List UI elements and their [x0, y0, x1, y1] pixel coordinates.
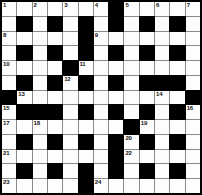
grid-cell-r11c12[interactable] — [186, 164, 200, 178]
grid-cell-r11c10[interactable] — [155, 164, 169, 178]
grid-cell-r12c10[interactable] — [155, 179, 169, 193]
grid-cell-r4c0[interactable]: 10 — [2, 61, 16, 75]
grid-cell-r8c9[interactable]: 19 — [140, 120, 154, 134]
grid-cell-r4c10[interactable] — [155, 61, 169, 75]
grid-cell-r1c2[interactable] — [33, 17, 47, 31]
blocked-cell-r3c1 — [17, 46, 31, 60]
crossword-board: 123456789101112131415161718192021222324 — [0, 0, 202, 195]
clue-number-15: 15 — [3, 105, 9, 112]
blocked-cell-r11c5 — [79, 164, 93, 178]
grid-cell-r2c11[interactable] — [170, 32, 184, 46]
grid-cell-r8c11[interactable] — [170, 120, 184, 134]
blocked-cell-r7c1 — [17, 105, 31, 119]
grid-cell-r0c10[interactable]: 6 — [155, 2, 169, 16]
grid-cell-r2c10[interactable] — [155, 32, 169, 46]
blocked-cell-r3c9 — [140, 46, 154, 60]
grid-cell-r4c1[interactable] — [17, 61, 31, 75]
grid-cell-r0c0[interactable]: 1 — [2, 2, 16, 16]
blocked-cell-r5c7 — [109, 76, 123, 90]
blocked-cell-r9c1 — [17, 135, 31, 149]
grid-cell-r6c2[interactable] — [33, 91, 47, 105]
grid-cell-r10c1[interactable] — [17, 150, 31, 164]
grid-cell-r6c3[interactable] — [48, 91, 62, 105]
blocked-cell-r2c5 — [79, 32, 93, 46]
grid-cell-r2c0[interactable]: 8 — [2, 32, 16, 46]
clue-number-9: 9 — [95, 32, 98, 39]
clue-number-2: 2 — [34, 2, 37, 9]
grid-cell-r8c7[interactable] — [109, 120, 123, 134]
grid-cell-r12c8[interactable] — [124, 179, 138, 193]
grid-cell-r0c12[interactable]: 7 — [186, 2, 200, 16]
grid-cell-r5c12[interactable] — [186, 76, 200, 90]
blocked-cell-r3c5 — [79, 46, 93, 60]
grid-cell-r3c0[interactable] — [2, 46, 16, 60]
grid-cell-r5c2[interactable] — [33, 76, 47, 90]
clue-number-12: 12 — [64, 76, 70, 83]
clue-number-24: 24 — [95, 179, 101, 186]
grid-cell-r12c7[interactable] — [109, 179, 123, 193]
clue-number-11: 11 — [80, 61, 86, 68]
clue-number-23: 23 — [3, 179, 9, 186]
grid-cell-r3c2[interactable] — [33, 46, 47, 60]
blocked-cell-r11c3 — [48, 164, 62, 178]
grid-cell-r0c11[interactable] — [170, 2, 184, 16]
blocked-cell-r3c3 — [48, 46, 62, 60]
clue-number-17: 17 — [3, 120, 9, 127]
grid-cell-r5c6[interactable] — [94, 76, 108, 90]
grid-cell-r10c0[interactable]: 21 — [2, 150, 16, 164]
grid-cell-r8c6[interactable] — [94, 120, 108, 134]
grid-cell-r12c9[interactable] — [140, 179, 154, 193]
grid-cell-r1c4[interactable] — [63, 17, 77, 31]
blocked-cell-r1c11 — [170, 17, 184, 31]
grid-cell-r8c0[interactable]: 17 — [2, 120, 16, 134]
blocked-cell-r3c7 — [109, 46, 123, 60]
grid-cell-r12c0[interactable]: 23 — [2, 179, 16, 193]
blocked-cell-r7c7 — [109, 105, 123, 119]
blocked-cell-r1c9 — [140, 17, 154, 31]
grid-cell-r7c12[interactable]: 16 — [186, 105, 200, 119]
grid-cell-r0c6[interactable]: 4 — [94, 2, 108, 16]
grid-cell-r3c6[interactable] — [94, 46, 108, 60]
grid-cell-r4c5[interactable]: 11 — [79, 61, 93, 75]
grid-cell-r5c8[interactable] — [124, 76, 138, 90]
grid-cell-r12c2[interactable] — [33, 179, 47, 193]
grid-cell-r9c6[interactable] — [94, 135, 108, 149]
grid-cell-r12c4[interactable] — [63, 179, 77, 193]
grid-cell-r9c8[interactable]: 20 — [124, 135, 138, 149]
blocked-cell-r9c9 — [140, 135, 154, 149]
grid-cell-r7c6[interactable] — [94, 105, 108, 119]
clue-number-16: 16 — [187, 105, 193, 112]
clue-number-13: 13 — [18, 91, 24, 98]
clue-number-5: 5 — [125, 2, 128, 9]
grid-cell-r6c11[interactable] — [170, 91, 184, 105]
clue-number-14: 14 — [156, 91, 162, 98]
grid-cell-r4c11[interactable] — [170, 61, 184, 75]
grid-cell-r1c8[interactable] — [124, 17, 138, 31]
grid-cell-r6c1[interactable]: 13 — [17, 91, 31, 105]
grid-cell-r9c0[interactable] — [2, 135, 16, 149]
blocked-cell-r6c12 — [186, 91, 200, 105]
grid-cell-r9c12[interactable] — [186, 135, 200, 149]
grid-cell-r5c0[interactable] — [2, 76, 16, 90]
blocked-cell-r7c9 — [140, 105, 154, 119]
blocked-cell-r5c5 — [79, 76, 93, 90]
grid-cell-r6c8[interactable] — [124, 91, 138, 105]
grid-cell-r12c11[interactable] — [170, 179, 184, 193]
clue-number-1: 1 — [3, 2, 6, 9]
grid-cell-r3c12[interactable] — [186, 46, 200, 60]
clue-number-7: 7 — [187, 2, 190, 9]
blocked-cell-r5c10 — [155, 76, 169, 90]
clue-number-18: 18 — [34, 120, 40, 127]
blocked-cell-r11c11 — [170, 164, 184, 178]
grid-cell-r7c8[interactable] — [124, 105, 138, 119]
grid-cell-r10c6[interactable] — [94, 150, 108, 164]
grid-cell-r10c2[interactable] — [33, 150, 47, 164]
grid-cell-r11c8[interactable] — [124, 164, 138, 178]
grid-cell-r9c2[interactable] — [33, 135, 47, 149]
blocked-cell-r11c1 — [17, 164, 31, 178]
clue-number-19: 19 — [141, 120, 147, 127]
blocked-cell-r1c1 — [17, 17, 31, 31]
blocked-cell-r9c11 — [170, 135, 184, 149]
grid-cell-r10c4[interactable] — [63, 150, 77, 164]
grid-cell-r12c6[interactable]: 24 — [94, 179, 108, 193]
grid-cell-r2c12[interactable] — [186, 32, 200, 46]
blocked-cell-r7c3 — [48, 105, 62, 119]
grid-cell-r10c11[interactable] — [170, 150, 184, 164]
blocked-cell-r9c7 — [109, 135, 123, 149]
blocked-cell-r4c4 — [63, 61, 77, 75]
blocked-cell-r7c11 — [170, 105, 184, 119]
grid-cell-r0c9[interactable] — [140, 2, 154, 16]
grid-cell-r2c1[interactable] — [17, 32, 31, 46]
grid-cell-r6c7[interactable] — [109, 91, 123, 105]
grid-cell-r4c9[interactable] — [140, 61, 154, 75]
clue-number-8: 8 — [3, 32, 6, 39]
grid-cell-r8c5[interactable] — [79, 120, 93, 134]
clue-number-10: 10 — [3, 61, 9, 68]
grid-cell-r11c6[interactable] — [94, 164, 108, 178]
grid-cell-r12c1[interactable] — [17, 179, 31, 193]
blocked-cell-r1c3 — [48, 17, 62, 31]
grid-cell-r3c8[interactable] — [124, 46, 138, 60]
blocked-cell-r6c0 — [2, 91, 16, 105]
grid-cell-r6c9[interactable] — [140, 91, 154, 105]
blocked-cell-r1c5 — [79, 17, 93, 31]
grid-cell-r1c10[interactable] — [155, 17, 169, 31]
grid-cell-r1c12[interactable] — [186, 17, 200, 31]
grid-cell-r10c9[interactable] — [140, 150, 154, 164]
blocked-cell-r7c2 — [33, 105, 47, 119]
grid-cell-r4c7[interactable] — [109, 61, 123, 75]
grid-cell-r10c5[interactable] — [79, 150, 93, 164]
grid-cell-r7c0[interactable]: 15 — [2, 105, 16, 119]
grid-cell-r2c8[interactable] — [124, 32, 138, 46]
grid-cell-r3c4[interactable] — [63, 46, 77, 60]
grid-cell-r9c10[interactable] — [155, 135, 169, 149]
grid-cell-r8c4[interactable] — [63, 120, 77, 134]
grid-cell-r0c1[interactable] — [17, 2, 31, 16]
grid-cell-r0c5[interactable] — [79, 2, 93, 16]
grid-cell-r11c2[interactable] — [33, 164, 47, 178]
grid-cell-r2c6[interactable]: 9 — [94, 32, 108, 46]
grid-cell-r6c5[interactable] — [79, 91, 93, 105]
grid-cell-r12c3[interactable] — [48, 179, 62, 193]
grid-cell-r12c12[interactable] — [186, 179, 200, 193]
grid-cell-r2c9[interactable] — [140, 32, 154, 46]
grid-cell-r9c4[interactable] — [63, 135, 77, 149]
clue-number-6: 6 — [156, 2, 159, 9]
blocked-cell-r7c5 — [79, 105, 93, 119]
grid-cell-r2c4[interactable] — [63, 32, 77, 46]
blocked-cell-r3c11 — [170, 46, 184, 60]
clue-number-3: 3 — [64, 2, 67, 9]
grid-cell-r3c10[interactable] — [155, 46, 169, 60]
grid-cell-r6c4[interactable] — [63, 91, 77, 105]
clue-number-20: 20 — [125, 135, 131, 142]
grid-cell-r10c12[interactable] — [186, 150, 200, 164]
grid-cell-r11c0[interactable] — [2, 164, 16, 178]
blocked-cell-r12c5 — [79, 179, 93, 193]
clue-number-4: 4 — [95, 2, 98, 9]
grid-cell-r2c7[interactable] — [109, 32, 123, 46]
blocked-cell-r11c7 — [109, 164, 123, 178]
grid-cell-r1c0[interactable] — [2, 17, 16, 31]
blocked-cell-r9c3 — [48, 135, 62, 149]
grid-cell-r4c8[interactable] — [124, 61, 138, 75]
grid-cell-r10c8[interactable]: 22 — [124, 150, 138, 164]
grid-cell-r8c1[interactable] — [17, 120, 31, 134]
grid-cell-r8c10[interactable] — [155, 120, 169, 134]
grid-cell-r8c12[interactable] — [186, 120, 200, 134]
grid-cell-r6c6[interactable] — [94, 91, 108, 105]
grid-cell-r4c6[interactable] — [94, 61, 108, 75]
grid-cell-r10c3[interactable] — [48, 150, 62, 164]
blocked-cell-r9c5 — [79, 135, 93, 149]
grid-cell-r2c3[interactable] — [48, 32, 62, 46]
grid-cell-r8c3[interactable] — [48, 120, 62, 134]
clue-number-21: 21 — [3, 150, 9, 157]
grid-cell-r10c10[interactable] — [155, 150, 169, 164]
grid-cell-r7c4[interactable] — [63, 105, 77, 119]
grid-cell-r0c8[interactable]: 5 — [124, 2, 138, 16]
blocked-cell-r10c7 — [109, 150, 123, 164]
grid-cell-r1c6[interactable] — [94, 17, 108, 31]
grid-cell-r4c2[interactable] — [33, 61, 47, 75]
blocked-cell-r5c9 — [140, 76, 154, 90]
blocked-cell-r8c8 — [124, 120, 138, 134]
grid-cell-r4c12[interactable] — [186, 61, 200, 75]
grid-cell-r0c2[interactable]: 2 — [33, 2, 47, 16]
blocked-cell-r5c11 — [170, 76, 184, 90]
blocked-cell-r5c3 — [48, 76, 62, 90]
grid-cell-r2c2[interactable] — [33, 32, 47, 46]
grid-cell-r4c3[interactable] — [48, 61, 62, 75]
grid-cell-r7c10[interactable] — [155, 105, 169, 119]
grid-cell-r6c10[interactable]: 14 — [155, 91, 169, 105]
grid-cell-r0c4[interactable]: 3 — [63, 2, 77, 16]
grid-cell-r5c4[interactable]: 12 — [63, 76, 77, 90]
blocked-cell-r1c7 — [109, 17, 123, 31]
grid-cell-r0c3[interactable] — [48, 2, 62, 16]
grid-cell-r8c2[interactable]: 18 — [33, 120, 47, 134]
grid-cell-r11c4[interactable] — [63, 164, 77, 178]
blocked-cell-r11c9 — [140, 164, 154, 178]
blocked-cell-r5c1 — [17, 76, 31, 90]
blocked-cell-r0c7 — [109, 2, 123, 16]
clue-number-22: 22 — [125, 150, 131, 157]
